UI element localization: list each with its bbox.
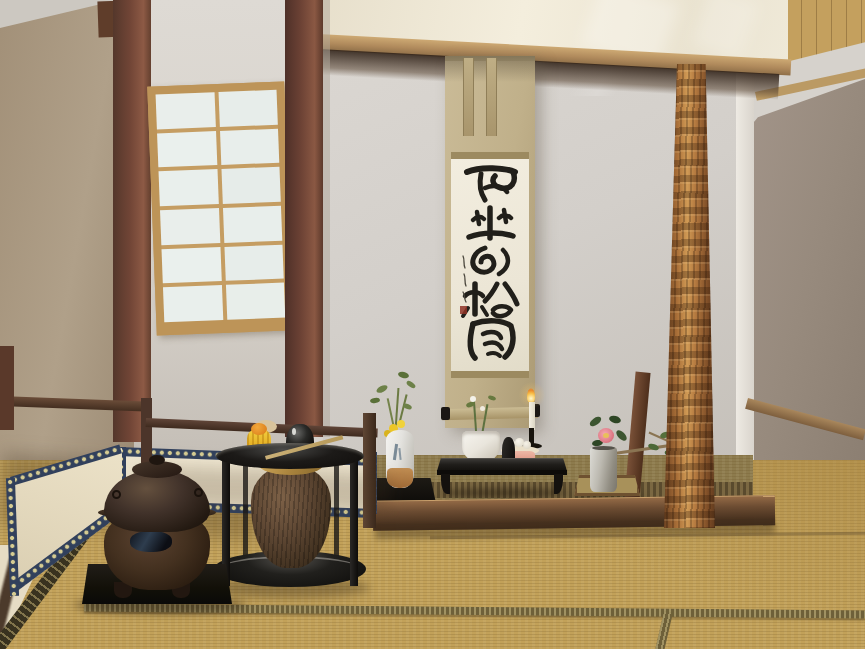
futai-strip xyxy=(486,58,497,136)
ichimonji-top xyxy=(451,152,529,159)
candle xyxy=(529,402,535,430)
shoji-pane xyxy=(225,283,285,320)
camellia-center xyxy=(603,433,609,438)
calligraphy-strokes xyxy=(455,164,525,364)
shoji-pane xyxy=(221,167,281,204)
wood-plank-panel xyxy=(786,0,865,62)
post-gap-strip xyxy=(323,0,330,437)
yellow-flower xyxy=(397,420,405,428)
vase-foot xyxy=(387,468,413,488)
incense-burner xyxy=(462,431,500,462)
futai-strip xyxy=(463,58,474,136)
shoji-pane xyxy=(218,90,278,127)
panel-reflection xyxy=(691,0,759,61)
shoji-pane xyxy=(162,247,222,284)
ichimonji-bottom xyxy=(451,371,529,378)
scroll-roller xyxy=(442,407,538,421)
stand-leg xyxy=(350,454,358,586)
shoji-pane xyxy=(157,131,217,168)
stand-back-leg xyxy=(243,452,248,567)
vase-mouth xyxy=(592,446,615,450)
silver-vase xyxy=(590,447,617,492)
natsume-highlight xyxy=(292,428,296,435)
shoji-pane xyxy=(224,244,284,281)
seal-stamp xyxy=(460,306,467,314)
candle-flame xyxy=(527,388,535,403)
white-blossom xyxy=(470,396,476,402)
left-post xyxy=(113,0,151,442)
mizusashi-jar xyxy=(251,464,331,568)
sweet-ball xyxy=(523,441,531,449)
shoji-window xyxy=(147,81,293,335)
shoji-pane xyxy=(159,169,219,206)
kama-lug xyxy=(112,490,121,499)
table-edge xyxy=(437,470,567,475)
stand-back-leg xyxy=(334,452,339,567)
pouch-knot xyxy=(251,423,267,435)
shoji-pane xyxy=(163,285,223,322)
white-blossom xyxy=(480,406,485,411)
fence-corner-post xyxy=(363,413,376,528)
furo-fire-window xyxy=(130,531,172,552)
shoji-pane xyxy=(160,208,220,245)
roller-knob xyxy=(441,407,450,420)
shoji-pane xyxy=(220,128,280,165)
stand-top-shelf xyxy=(216,443,364,469)
hanging-scroll xyxy=(445,56,535,428)
kama-lug xyxy=(194,488,203,497)
center-post xyxy=(285,0,323,437)
table-shadow xyxy=(440,488,568,498)
left-edge-post xyxy=(0,346,14,430)
kama-lid-knob xyxy=(149,455,165,465)
tea-room-photo: 閑坐聴松風 xyxy=(0,0,865,649)
shoji-pane xyxy=(156,92,216,129)
shoji-pane xyxy=(222,206,282,243)
